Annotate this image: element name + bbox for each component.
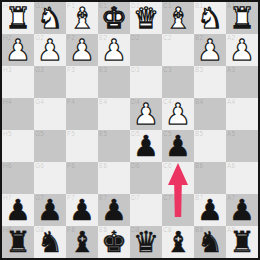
piece-white-pawn: ♟ — [226, 34, 258, 66]
square-g3[interactable]: G3 — [34, 66, 66, 98]
piece-white-pawn: ♟ — [162, 98, 194, 130]
coord-label-h7: H7 — [3, 194, 12, 202]
coord-label-f8: F8 — [67, 226, 75, 234]
coord-label-b4: B4 — [195, 98, 203, 106]
piece-black-pawn: ♟ — [2, 194, 34, 226]
piece-white-bishop: ♝ — [162, 2, 194, 34]
square-d1[interactable]: D1♛ — [130, 2, 162, 34]
square-d7[interactable]: D7 — [130, 194, 162, 226]
square-f2[interactable]: F2♟ — [66, 34, 98, 66]
square-e3[interactable]: E3 — [98, 66, 130, 98]
square-b5[interactable]: B5 — [194, 130, 226, 162]
coord-label-c6: C6 — [163, 162, 172, 170]
coord-label-f2: F2 — [67, 34, 75, 42]
square-e2[interactable]: E2♟ — [98, 34, 130, 66]
coord-label-f4: F4 — [67, 98, 75, 106]
coord-label-b2: B2 — [195, 34, 203, 42]
square-f1[interactable]: F1♝ — [66, 2, 98, 34]
square-f4[interactable]: F4 — [66, 98, 98, 130]
square-e6[interactable]: E6 — [98, 162, 130, 194]
square-e5[interactable]: E5 — [98, 130, 130, 162]
square-a7[interactable]: A7♟ — [226, 194, 258, 226]
square-c3[interactable]: C3 — [162, 66, 194, 98]
piece-white-king: ♚ — [98, 2, 130, 34]
square-a6[interactable]: A6 — [226, 162, 258, 194]
square-a1[interactable]: A1♜ — [226, 2, 258, 34]
square-b6[interactable]: B6 — [194, 162, 226, 194]
square-a5[interactable]: A5 — [226, 130, 258, 162]
square-e8[interactable]: E8♚ — [98, 226, 130, 258]
coord-label-d8: D8 — [131, 226, 140, 234]
coord-label-a7: A7 — [227, 194, 235, 202]
square-f7[interactable]: F7♟ — [66, 194, 98, 226]
coord-label-g4: G4 — [35, 98, 44, 106]
coord-label-f7: F7 — [67, 194, 75, 202]
coord-label-d5: D5 — [131, 130, 140, 138]
coord-label-e8: E8 — [99, 226, 107, 234]
coord-label-e3: E3 — [99, 66, 107, 74]
chess-board-frame: H1♜G1♞F1♝E1♚D1♛C1♝B1♞A1♜H2♟G2♟F2♟E2♟D2C2… — [0, 0, 260, 260]
piece-black-bishop: ♝ — [162, 226, 194, 258]
square-e7[interactable]: E7♟ — [98, 194, 130, 226]
square-c1[interactable]: C1♝ — [162, 2, 194, 34]
square-c8[interactable]: C8♝ — [162, 226, 194, 258]
coord-label-h4: H4 — [3, 98, 12, 106]
square-e4[interactable]: E4 — [98, 98, 130, 130]
coord-label-g2: G2 — [35, 34, 44, 42]
square-a4[interactable]: A4 — [226, 98, 258, 130]
square-h8[interactable]: H8♜ — [2, 226, 34, 258]
square-g2[interactable]: G2♟ — [34, 34, 66, 66]
coord-label-f3: F3 — [67, 66, 75, 74]
piece-black-knight: ♞ — [34, 226, 66, 258]
coord-label-g6: G6 — [35, 162, 44, 170]
coord-label-f1: F1 — [67, 2, 75, 10]
coord-label-g8: G8 — [35, 226, 44, 234]
square-g5[interactable]: G5 — [34, 130, 66, 162]
coord-label-c4: C4 — [163, 98, 172, 106]
piece-white-rook: ♜ — [226, 2, 258, 34]
square-h2[interactable]: H2♟ — [2, 34, 34, 66]
piece-white-knight: ♞ — [194, 2, 226, 34]
coord-label-e6: E6 — [99, 162, 107, 170]
coord-label-a3: A3 — [227, 66, 235, 74]
coord-label-c5: C5 — [163, 130, 172, 138]
square-b2[interactable]: B2♟ — [194, 34, 226, 66]
coord-label-b6: B6 — [195, 162, 203, 170]
coord-label-a5: A5 — [227, 130, 235, 138]
piece-white-pawn: ♟ — [66, 34, 98, 66]
coord-label-c3: C3 — [163, 66, 172, 74]
square-b4[interactable]: B4 — [194, 98, 226, 130]
square-g8[interactable]: G8♞ — [34, 226, 66, 258]
coord-label-h2: H2 — [3, 34, 12, 42]
piece-white-pawn: ♟ — [2, 34, 34, 66]
coord-label-d1: D1 — [131, 2, 140, 10]
square-b3[interactable]: B3 — [194, 66, 226, 98]
piece-black-bishop: ♝ — [66, 226, 98, 258]
square-c2[interactable]: C2 — [162, 34, 194, 66]
piece-black-pawn: ♟ — [226, 194, 258, 226]
square-h7[interactable]: H7♟ — [2, 194, 34, 226]
coord-label-e1: E1 — [99, 2, 107, 10]
coord-label-g5: G5 — [35, 130, 44, 138]
coord-label-h3: H3 — [3, 66, 12, 74]
square-g1[interactable]: G1♞ — [34, 2, 66, 34]
piece-black-rook: ♜ — [2, 226, 34, 258]
piece-white-queen: ♛ — [130, 2, 162, 34]
coord-label-f5: F5 — [67, 130, 75, 138]
square-f5[interactable]: F5 — [66, 130, 98, 162]
coord-label-e2: E2 — [99, 34, 107, 42]
square-h3[interactable]: H3 — [2, 66, 34, 98]
piece-black-pawn: ♟ — [162, 130, 194, 162]
coord-label-b8: B8 — [195, 226, 203, 234]
piece-white-pawn: ♟ — [130, 98, 162, 130]
piece-white-knight: ♞ — [34, 2, 66, 34]
coord-label-d4: D4 — [131, 98, 140, 106]
chess-board: H1♜G1♞F1♝E1♚D1♛C1♝B1♞A1♜H2♟G2♟F2♟E2♟D2C2… — [2, 2, 258, 258]
coord-label-h8: H8 — [3, 226, 12, 234]
square-h1[interactable]: H1♜ — [2, 2, 34, 34]
coord-label-g7: G7 — [35, 194, 44, 202]
square-h4[interactable]: H4 — [2, 98, 34, 130]
piece-white-bishop: ♝ — [66, 2, 98, 34]
coord-label-b7: B7 — [195, 194, 203, 202]
square-b1[interactable]: B1♞ — [194, 2, 226, 34]
square-d2[interactable]: D2 — [130, 34, 162, 66]
piece-black-knight: ♞ — [194, 226, 226, 258]
coord-label-d6: D6 — [131, 162, 140, 170]
coord-label-c1: C1 — [163, 2, 172, 10]
square-c5[interactable]: C5♟ — [162, 130, 194, 162]
square-d6[interactable]: D6 — [130, 162, 162, 194]
coord-label-e4: E4 — [99, 98, 107, 106]
piece-white-pawn: ♟ — [34, 34, 66, 66]
square-a2[interactable]: A2♟ — [226, 34, 258, 66]
coord-label-a8: A8 — [227, 226, 235, 234]
square-f8[interactable]: F8♝ — [66, 226, 98, 258]
square-h6[interactable]: H6 — [2, 162, 34, 194]
coord-label-a6: A6 — [227, 162, 235, 170]
coord-label-b3: B3 — [195, 66, 203, 74]
coord-label-h5: H5 — [3, 130, 12, 138]
coord-label-a1: A1 — [227, 2, 235, 10]
square-c6[interactable]: C6 — [162, 162, 194, 194]
piece-black-king: ♚ — [98, 226, 130, 258]
coord-label-f6: F6 — [67, 162, 75, 170]
coord-label-d3: D3 — [131, 66, 140, 74]
square-f3[interactable]: F3 — [66, 66, 98, 98]
piece-white-pawn: ♟ — [194, 34, 226, 66]
coord-label-c7: C7 — [163, 194, 172, 202]
coord-label-e7: E7 — [99, 194, 107, 202]
piece-white-pawn: ♟ — [98, 34, 130, 66]
square-d5[interactable]: D5♟ — [130, 130, 162, 162]
square-g6[interactable]: G6 — [34, 162, 66, 194]
piece-black-pawn: ♟ — [194, 194, 226, 226]
coord-label-d7: D7 — [131, 194, 140, 202]
coord-label-h6: H6 — [3, 162, 12, 170]
square-c4[interactable]: C4♟ — [162, 98, 194, 130]
square-b8[interactable]: B8♞ — [194, 226, 226, 258]
coord-label-h1: H1 — [3, 2, 12, 10]
square-g4[interactable]: G4 — [34, 98, 66, 130]
coord-label-a2: A2 — [227, 34, 235, 42]
square-d8[interactable]: D8♛ — [130, 226, 162, 258]
piece-white-rook: ♜ — [2, 2, 34, 34]
square-g7[interactable]: G7♟ — [34, 194, 66, 226]
square-b7[interactable]: B7♟ — [194, 194, 226, 226]
coord-label-d2: D2 — [131, 34, 140, 42]
coord-label-g3: G3 — [35, 66, 44, 74]
square-f6[interactable]: F6 — [66, 162, 98, 194]
coord-label-c2: C2 — [163, 34, 172, 42]
square-a3[interactable]: A3 — [226, 66, 258, 98]
coord-label-a4: A4 — [227, 98, 235, 106]
piece-black-queen: ♛ — [130, 226, 162, 258]
coord-label-b1: B1 — [195, 2, 203, 10]
square-d4[interactable]: D4♟ — [130, 98, 162, 130]
square-c7[interactable]: C7 — [162, 194, 194, 226]
coord-label-g1: G1 — [35, 2, 44, 10]
piece-black-pawn: ♟ — [66, 194, 98, 226]
square-e1[interactable]: E1♚ — [98, 2, 130, 34]
piece-black-pawn: ♟ — [130, 130, 162, 162]
piece-black-pawn: ♟ — [34, 194, 66, 226]
coord-label-c8: C8 — [163, 226, 172, 234]
square-a8[interactable]: A8♜ — [226, 226, 258, 258]
coord-label-b5: B5 — [195, 130, 203, 138]
coord-label-e5: E5 — [99, 130, 107, 138]
piece-black-pawn: ♟ — [98, 194, 130, 226]
square-h5[interactable]: H5 — [2, 130, 34, 162]
square-d3[interactable]: D3 — [130, 66, 162, 98]
piece-black-rook: ♜ — [226, 226, 258, 258]
